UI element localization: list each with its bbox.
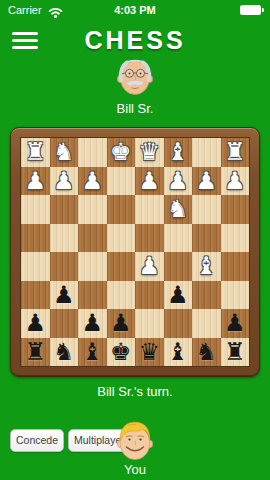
chess-app-screen: Carrier 4:03 PM CHESS (0, 0, 270, 480)
chess-piece-bP: ♟ (110, 311, 132, 335)
chess-piece-bK: ♚ (110, 340, 132, 364)
square[interactable] (135, 195, 164, 224)
square[interactable] (50, 195, 79, 224)
chess-board-frame: ♜♞♚♛♝♜♟♟♟♟♟♟♟♞♟♝♟♟♟♟♟♟♜♞♝♚♛♝♞♜ (10, 127, 260, 377)
chess-piece-bR: ♜ (24, 340, 46, 364)
chess-piece-wR: ♜ (224, 140, 246, 164)
square[interactable] (192, 224, 221, 253)
square[interactable] (21, 252, 50, 281)
square[interactable]: ♛ (135, 138, 164, 167)
square[interactable] (192, 309, 221, 338)
square[interactable]: ♜ (21, 338, 50, 367)
square[interactable]: ♟ (78, 309, 107, 338)
square[interactable] (221, 281, 250, 310)
chess-piece-bP: ♟ (224, 311, 246, 335)
square[interactable]: ♜ (21, 138, 50, 167)
square[interactable] (78, 224, 107, 253)
square[interactable]: ♛ (135, 338, 164, 367)
square[interactable] (21, 224, 50, 253)
square[interactable]: ♞ (50, 138, 79, 167)
turn-indicator: Bill Sr.'s turn. (0, 384, 270, 399)
player-avatar (116, 419, 154, 465)
chess-piece-bP: ♟ (53, 283, 75, 307)
square[interactable]: ♟ (164, 167, 193, 196)
square[interactable] (107, 195, 136, 224)
square[interactable] (135, 309, 164, 338)
square[interactable] (107, 281, 136, 310)
chess-piece-bQ: ♛ (138, 340, 160, 364)
square[interactable]: ♝ (78, 338, 107, 367)
chess-piece-wQ: ♛ (138, 140, 160, 164)
chess-piece-wP: ♟ (138, 254, 160, 278)
chess-piece-wP: ♟ (167, 169, 189, 193)
square[interactable]: ♞ (50, 338, 79, 367)
square[interactable] (192, 281, 221, 310)
square[interactable] (164, 309, 193, 338)
square[interactable] (164, 224, 193, 253)
square[interactable]: ♟ (221, 167, 250, 196)
square[interactable] (78, 138, 107, 167)
chess-piece-wB: ♝ (195, 254, 217, 278)
chess-piece-wR: ♜ (24, 140, 46, 164)
chess-piece-bP: ♟ (24, 311, 46, 335)
square[interactable] (50, 309, 79, 338)
chess-piece-bN: ♞ (53, 340, 75, 364)
chess-piece-wP: ♟ (24, 169, 46, 193)
square[interactable]: ♟ (78, 167, 107, 196)
chess-piece-wP: ♟ (224, 169, 246, 193)
square[interactable]: ♜ (221, 338, 250, 367)
player-name: You (0, 462, 270, 477)
square[interactable] (21, 281, 50, 310)
square[interactable]: ♟ (21, 167, 50, 196)
square[interactable]: ♝ (164, 338, 193, 367)
chess-piece-wN: ♞ (167, 197, 189, 221)
chess-piece-bP: ♟ (81, 311, 103, 335)
square[interactable]: ♟ (50, 167, 79, 196)
action-buttons: Concede Multiplayer (10, 429, 131, 452)
chess-piece-bP: ♟ (167, 283, 189, 307)
square[interactable]: ♜ (221, 138, 250, 167)
square[interactable] (135, 281, 164, 310)
chess-piece-bN: ♞ (195, 340, 217, 364)
square[interactable]: ♟ (135, 252, 164, 281)
status-bar: Carrier 4:03 PM (0, 0, 270, 20)
opponent-avatar (116, 55, 154, 101)
square[interactable] (164, 252, 193, 281)
square[interactable]: ♟ (164, 281, 193, 310)
square[interactable]: ♝ (164, 138, 193, 167)
square[interactable]: ♟ (135, 167, 164, 196)
square[interactable] (135, 224, 164, 253)
square[interactable] (21, 195, 50, 224)
square[interactable] (50, 224, 79, 253)
square[interactable] (221, 224, 250, 253)
app-title: CHESS (0, 26, 270, 55)
square[interactable] (192, 195, 221, 224)
chess-piece-bB: ♝ (167, 340, 189, 364)
square[interactable] (107, 224, 136, 253)
square[interactable] (221, 252, 250, 281)
chess-piece-wP: ♟ (81, 169, 103, 193)
chess-board: ♜♞♚♛♝♜♟♟♟♟♟♟♟♞♟♝♟♟♟♟♟♟♜♞♝♚♛♝♞♜ (20, 137, 250, 367)
square[interactable]: ♞ (164, 195, 193, 224)
chess-piece-wP: ♟ (138, 169, 160, 193)
chess-piece-wN: ♞ (53, 140, 75, 164)
chess-piece-wK: ♚ (110, 140, 132, 164)
square[interactable]: ♞ (192, 338, 221, 367)
square[interactable]: ♚ (107, 338, 136, 367)
square[interactable] (221, 195, 250, 224)
battery-full-icon (240, 5, 261, 15)
square[interactable] (50, 252, 79, 281)
chess-piece-wB: ♝ (167, 140, 189, 164)
clock-label: 4:03 PM (0, 4, 270, 16)
square[interactable]: ♟ (221, 309, 250, 338)
chess-piece-bB: ♝ (81, 340, 103, 364)
opponent-name: Bill Sr. (0, 101, 270, 116)
concede-button[interactable]: Concede (10, 429, 64, 452)
square[interactable] (78, 281, 107, 310)
square[interactable]: ♟ (50, 281, 79, 310)
chess-piece-wP: ♟ (195, 169, 217, 193)
square[interactable]: ♟ (21, 309, 50, 338)
square[interactable] (192, 138, 221, 167)
square[interactable]: ♟ (107, 309, 136, 338)
square[interactable] (107, 167, 136, 196)
square[interactable]: ♚ (107, 138, 136, 167)
chess-piece-bR: ♜ (224, 340, 246, 364)
square[interactable]: ♟ (192, 167, 221, 196)
square[interactable] (78, 252, 107, 281)
chess-piece-wP: ♟ (53, 169, 75, 193)
square[interactable]: ♝ (192, 252, 221, 281)
square[interactable] (107, 252, 136, 281)
square[interactable] (78, 195, 107, 224)
